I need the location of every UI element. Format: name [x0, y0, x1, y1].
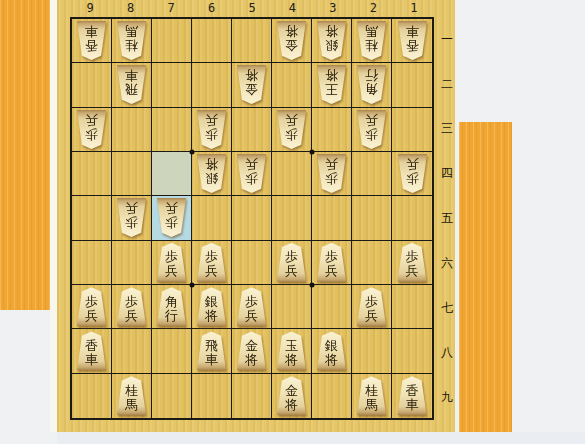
piece-body: 歩兵: [316, 243, 347, 282]
shogi-piece-gote[interactable]: 金将: [272, 19, 311, 62]
piece-body: 歩兵: [276, 110, 307, 149]
board-cell[interactable]: [152, 374, 192, 418]
board-cell[interactable]: 香車: [72, 19, 112, 63]
shogi-piece-sente[interactable]: 金将: [272, 374, 311, 418]
piece-kanji: 兵: [245, 309, 258, 323]
piece-kanji: 銀: [205, 172, 218, 186]
board-cell[interactable]: 角行: [152, 285, 192, 329]
piece-body: 桂馬: [116, 21, 147, 60]
piece-body: 歩兵: [196, 110, 227, 149]
piece-kanji: 銀: [325, 339, 338, 353]
file-label: 5: [232, 0, 272, 16]
piece-body: 銀将: [316, 21, 347, 60]
board-cell[interactable]: [192, 374, 232, 418]
piece-body: 香車: [76, 21, 107, 60]
piece-body: 香車: [397, 376, 428, 415]
piece-body: 桂馬: [356, 21, 387, 60]
board-cell[interactable]: [272, 285, 312, 329]
board-cell[interactable]: 桂馬: [352, 19, 392, 63]
rank-label: 二: [435, 62, 459, 107]
board-cell[interactable]: [352, 329, 392, 373]
shogi-piece-gote[interactable]: 歩兵: [112, 196, 151, 239]
piece-kanji: 歩: [125, 216, 138, 230]
board-cell[interactable]: 飛車: [192, 329, 232, 373]
board-cell[interactable]: 桂馬: [112, 19, 152, 63]
shogi-piece-sente[interactable]: 歩兵: [192, 241, 231, 284]
desktop-bottom-band: [57, 432, 585, 444]
piece-kanji: 兵: [285, 264, 298, 278]
board-cell[interactable]: 歩兵: [192, 108, 232, 152]
piece-body: 金将: [276, 376, 307, 415]
board-cell[interactable]: [192, 63, 232, 107]
piece-kanji: 歩: [285, 127, 298, 141]
star-point: [310, 283, 315, 288]
board-cell[interactable]: [312, 108, 352, 152]
piece-kanji: 桂: [365, 39, 378, 53]
board-cell[interactable]: 金将: [232, 329, 272, 373]
board-cell[interactable]: [152, 108, 192, 152]
board-cell[interactable]: [312, 285, 352, 329]
board-cell[interactable]: [72, 152, 112, 196]
board-cell[interactable]: 桂馬: [112, 374, 152, 418]
piece-kanji: 桂: [125, 384, 138, 398]
piece-kanji: 飛: [205, 339, 218, 353]
board-cell[interactable]: [232, 374, 272, 418]
piece-kanji: 歩: [205, 250, 218, 264]
board-cell[interactable]: 歩兵: [352, 285, 392, 329]
shogi-piece-gote[interactable]: 歩兵: [352, 108, 391, 151]
shogi-piece-sente[interactable]: 銀将: [192, 285, 231, 328]
piece-kanji: 兵: [205, 264, 218, 278]
piece-kanji: 香: [85, 39, 98, 53]
board-cell[interactable]: [152, 19, 192, 63]
board-cell[interactable]: [312, 196, 352, 240]
piece-kanji: 香: [406, 384, 419, 398]
file-labels: 987654321: [70, 0, 434, 16]
piece-kanji: 歩: [125, 295, 138, 309]
piece-body: 飛車: [196, 331, 227, 370]
file-label: 1: [394, 0, 434, 16]
shogi-piece-gote[interactable]: 飛車: [112, 63, 151, 106]
board-cell[interactable]: 銀将: [312, 19, 352, 63]
piece-kanji: 将: [245, 353, 258, 367]
shogi-piece-sente[interactable]: 香車: [392, 374, 432, 418]
shogi-piece-sente[interactable]: 香車: [72, 329, 111, 372]
piece-kanji: 歩: [365, 127, 378, 141]
shogi-piece-sente[interactable]: 角行: [152, 285, 191, 328]
shogi-board: 香車桂馬金将銀将桂馬香車飛車金将王将角行歩兵歩兵歩兵歩兵銀将歩兵歩兵歩兵歩兵歩兵…: [70, 17, 434, 420]
board-cell[interactable]: [392, 108, 432, 152]
board-cell[interactable]: 歩兵: [152, 241, 192, 285]
board-cell[interactable]: [232, 19, 272, 63]
piece-kanji: 行: [165, 309, 178, 323]
board-cell[interactable]: [392, 196, 432, 240]
rank-label: 七: [435, 286, 459, 331]
shogi-piece-gote[interactable]: 歩兵: [312, 152, 351, 195]
piece-kanji: 馬: [365, 25, 378, 39]
piece-kanji: 車: [406, 398, 419, 412]
board-cell[interactable]: [192, 19, 232, 63]
piece-kanji: 兵: [125, 309, 138, 323]
piece-body: 銀将: [196, 287, 227, 326]
piece-body: 歩兵: [397, 243, 428, 282]
shogi-piece-sente[interactable]: 桂馬: [352, 374, 391, 418]
piece-body: 金将: [276, 21, 307, 60]
piece-kanji: 兵: [85, 309, 98, 323]
piece-kanji: 歩: [365, 295, 378, 309]
piece-kanji: 兵: [205, 113, 218, 127]
board-cell[interactable]: 歩兵: [152, 196, 192, 240]
piece-body: 歩兵: [236, 287, 267, 326]
board-cell[interactable]: 金将: [272, 19, 312, 63]
shogi-piece-sente[interactable]: 玉将: [272, 329, 311, 372]
piece-body: 桂馬: [116, 376, 147, 415]
piece-kanji: 角: [365, 83, 378, 97]
board-cell[interactable]: [232, 108, 272, 152]
piece-body: 銀将: [316, 331, 347, 370]
shogi-piece-gote[interactable]: 歩兵: [72, 108, 111, 151]
piece-kanji: 金: [285, 39, 298, 53]
star-point: [310, 150, 315, 155]
board-cell[interactable]: [232, 196, 272, 240]
piece-kanji: 将: [285, 353, 298, 367]
piece-kanji: 歩: [245, 295, 258, 309]
board-cell[interactable]: [392, 285, 432, 329]
shogi-piece-gote[interactable]: 歩兵: [392, 152, 432, 195]
piece-kanji: 金: [245, 339, 258, 353]
shogi-piece-sente[interactable]: 歩兵: [272, 241, 311, 284]
piece-kanji: 将: [325, 25, 338, 39]
board-cell[interactable]: 歩兵: [72, 285, 112, 329]
piece-kanji: 兵: [165, 264, 178, 278]
piece-body: 歩兵: [356, 287, 387, 326]
piece-kanji: 車: [406, 25, 419, 39]
rank-label: 五: [435, 196, 459, 241]
rank-label: 三: [435, 107, 459, 152]
piece-kanji: 歩: [325, 250, 338, 264]
board-cell[interactable]: 銀将: [192, 152, 232, 196]
piece-kanji: 金: [285, 384, 298, 398]
piece-body: 飛車: [116, 65, 147, 104]
piece-kanji: 将: [205, 158, 218, 172]
board-cell[interactable]: 香車: [392, 374, 432, 418]
board-cell[interactable]: 歩兵: [112, 196, 152, 240]
shogi-piece-sente[interactable]: 歩兵: [152, 241, 191, 284]
piece-kanji: 歩: [165, 216, 178, 230]
piece-body: 玉将: [276, 331, 307, 370]
file-label: 4: [272, 0, 312, 16]
piece-kanji: 将: [245, 69, 258, 83]
piece-kanji: 兵: [325, 158, 338, 172]
piece-body: 歩兵: [236, 154, 267, 193]
star-point: [190, 150, 195, 155]
file-label: 6: [191, 0, 231, 16]
shogi-app-window: 987654321 香車桂馬金将銀将桂馬香車飛車金将王将角行歩兵歩兵歩兵歩兵銀将…: [57, 0, 455, 432]
piece-kanji: 桂: [365, 384, 378, 398]
piece-body: 角行: [356, 65, 387, 104]
shogi-piece-gote[interactable]: 歩兵: [272, 108, 311, 151]
piece-kanji: 兵: [245, 158, 258, 172]
board-cell[interactable]: 歩兵: [352, 108, 392, 152]
piece-kanji: 香: [85, 339, 98, 353]
shogi-piece-gote[interactable]: 歩兵: [192, 108, 231, 151]
piece-kanji: 馬: [125, 398, 138, 412]
board-cell[interactable]: 歩兵: [272, 241, 312, 285]
piece-kanji: 銀: [325, 39, 338, 53]
piece-kanji: 兵: [165, 202, 178, 216]
board-cell[interactable]: [112, 329, 152, 373]
piece-body: 歩兵: [276, 243, 307, 282]
board-cell[interactable]: 歩兵: [272, 108, 312, 152]
shogi-piece-gote[interactable]: 桂馬: [352, 19, 391, 62]
shogi-piece-sente[interactable]: 銀将: [312, 329, 351, 372]
board-cell[interactable]: 銀将: [312, 329, 352, 373]
piece-body: 王将: [316, 65, 347, 104]
piece-kanji: 桂: [125, 39, 138, 53]
piece-kanji: 車: [205, 353, 218, 367]
piece-kanji: 歩: [245, 172, 258, 186]
file-label: 9: [70, 0, 110, 16]
piece-body: 歩兵: [356, 110, 387, 149]
shogi-piece-sente[interactable]: 歩兵: [392, 241, 432, 284]
window-left-edge: [50, 0, 57, 432]
piece-kanji: 兵: [365, 113, 378, 127]
piece-body: 桂馬: [356, 376, 387, 415]
piece-body: 歩兵: [156, 198, 187, 237]
board-cell[interactable]: 金将: [272, 374, 312, 418]
star-point: [190, 283, 195, 288]
piece-kanji: 玉: [285, 339, 298, 353]
piece-kanji: 兵: [285, 113, 298, 127]
piece-kanji: 歩: [85, 295, 98, 309]
piece-body: 歩兵: [397, 154, 428, 193]
board-cell[interactable]: [72, 241, 112, 285]
file-label: 2: [353, 0, 393, 16]
shogi-piece-gote[interactable]: 銀将: [312, 19, 351, 62]
piece-kanji: 歩: [406, 172, 419, 186]
board-cell[interactable]: 歩兵: [392, 241, 432, 285]
piece-kanji: 銀: [205, 295, 218, 309]
board-cell[interactable]: [352, 152, 392, 196]
shogi-piece-gote[interactable]: 歩兵: [232, 152, 271, 195]
piece-kanji: 車: [125, 69, 138, 83]
shogi-piece-sente[interactable]: 飛車: [192, 329, 231, 372]
shogi-piece-sente[interactable]: 桂馬: [112, 374, 151, 418]
rank-label: 六: [435, 241, 459, 286]
shogi-piece-sente[interactable]: 歩兵: [352, 285, 391, 328]
piece-body: 角行: [156, 287, 187, 326]
piece-body: 金将: [236, 331, 267, 370]
shogi-piece-sente[interactable]: 歩兵: [312, 241, 351, 284]
board-cell[interactable]: 香車: [392, 19, 432, 63]
rank-label: 四: [435, 151, 459, 196]
shogi-piece-gote[interactable]: 歩兵: [152, 196, 191, 239]
piece-body: 歩兵: [116, 198, 147, 237]
piece-body: 金将: [236, 65, 267, 104]
piece-kanji: 兵: [406, 158, 419, 172]
board-cell[interactable]: [272, 152, 312, 196]
piece-kanji: 将: [325, 69, 338, 83]
piece-kanji: 将: [205, 309, 218, 323]
rank-label: 一: [435, 17, 459, 62]
piece-kanji: 兵: [325, 264, 338, 278]
piece-kanji: 馬: [125, 25, 138, 39]
board-cell[interactable]: [392, 329, 432, 373]
piece-body: 歩兵: [76, 287, 107, 326]
board-cell[interactable]: 歩兵: [232, 285, 272, 329]
piece-kanji: 角: [165, 295, 178, 309]
shogi-piece-sente[interactable]: 歩兵: [232, 285, 271, 328]
board-cell[interactable]: 歩兵: [392, 152, 432, 196]
piece-kanji: 金: [245, 83, 258, 97]
piece-kanji: 王: [325, 83, 338, 97]
board-cell[interactable]: [232, 241, 272, 285]
piece-body: 歩兵: [156, 243, 187, 282]
board-cell[interactable]: 桂馬: [352, 374, 392, 418]
shogi-piece-sente[interactable]: 歩兵: [72, 285, 111, 328]
shogi-piece-sente[interactable]: 歩兵: [112, 285, 151, 328]
piece-kanji: 将: [285, 398, 298, 412]
piece-kanji: 飛: [125, 83, 138, 97]
piece-kanji: 兵: [365, 309, 378, 323]
rank-label: 九: [435, 375, 459, 420]
piece-kanji: 将: [285, 25, 298, 39]
piece-kanji: 車: [85, 25, 98, 39]
board-cell[interactable]: 歩兵: [312, 152, 352, 196]
board-cell[interactable]: [72, 374, 112, 418]
board-cell[interactable]: 歩兵: [312, 241, 352, 285]
shogi-piece-sente[interactable]: 金将: [232, 329, 271, 372]
piece-kanji: 歩: [285, 250, 298, 264]
board-cell[interactable]: [152, 63, 192, 107]
board-cell[interactable]: [352, 196, 392, 240]
piece-kanji: 歩: [325, 172, 338, 186]
board-cell[interactable]: 金将: [232, 63, 272, 107]
piece-body: 銀将: [196, 154, 227, 193]
piece-kanji: 兵: [406, 264, 419, 278]
piece-kanji: 歩: [205, 127, 218, 141]
board-cell[interactable]: 歩兵: [232, 152, 272, 196]
board-cell[interactable]: 歩兵: [192, 241, 232, 285]
piece-kanji: 行: [365, 69, 378, 83]
piece-kanji: 歩: [85, 127, 98, 141]
desktop-wallpaper-left: [0, 0, 50, 310]
piece-kanji: 兵: [125, 202, 138, 216]
piece-kanji: 馬: [365, 398, 378, 412]
board-cell[interactable]: 歩兵: [72, 108, 112, 152]
shogi-piece-gote[interactable]: 銀将: [192, 152, 231, 195]
piece-body: 歩兵: [196, 243, 227, 282]
piece-body: 歩兵: [316, 154, 347, 193]
board-cell[interactable]: [112, 108, 152, 152]
file-label: 8: [110, 0, 150, 16]
board-cell[interactable]: 王将: [312, 63, 352, 107]
shogi-piece-gote[interactable]: 桂馬: [112, 19, 151, 62]
board-cell[interactable]: [312, 374, 352, 418]
board-cell[interactable]: 香車: [72, 329, 112, 373]
piece-kanji: 歩: [406, 250, 419, 264]
board-cell[interactable]: 玉将: [272, 329, 312, 373]
board-cell[interactable]: [272, 196, 312, 240]
shogi-piece-gote[interactable]: 香車: [72, 19, 111, 62]
board-cell[interactable]: [112, 241, 152, 285]
board-cell[interactable]: [152, 152, 192, 196]
board-cell[interactable]: [152, 329, 192, 373]
piece-body: 歩兵: [116, 287, 147, 326]
piece-kanji: 兵: [85, 113, 98, 127]
rank-label: 八: [435, 330, 459, 375]
board-cell[interactable]: 角行: [352, 63, 392, 107]
piece-kanji: 将: [325, 353, 338, 367]
board-cell[interactable]: [72, 63, 112, 107]
piece-kanji: 香: [406, 39, 419, 53]
board-cell[interactable]: 銀将: [192, 285, 232, 329]
board-cell[interactable]: [112, 152, 152, 196]
piece-kanji: 歩: [165, 250, 178, 264]
shogi-piece-gote[interactable]: 王将: [312, 63, 351, 106]
board-cell[interactable]: [352, 241, 392, 285]
piece-kanji: 車: [85, 353, 98, 367]
board-cell[interactable]: [392, 63, 432, 107]
file-label: 7: [151, 0, 191, 16]
rank-labels: 一二三四五六七八九: [435, 17, 459, 420]
board-cell[interactable]: [72, 196, 112, 240]
board-cell[interactable]: 飛車: [112, 63, 152, 107]
shogi-piece-gote[interactable]: 金将: [232, 63, 271, 106]
board-cell[interactable]: 歩兵: [112, 285, 152, 329]
shogi-piece-gote[interactable]: 香車: [392, 19, 432, 62]
piece-body: 香車: [397, 21, 428, 60]
piece-body: 香車: [76, 331, 107, 370]
shogi-piece-gote[interactable]: 角行: [352, 63, 391, 106]
piece-body: 歩兵: [76, 110, 107, 149]
board-cell[interactable]: [192, 196, 232, 240]
desktop-wallpaper-right: [459, 122, 512, 433]
board-cell[interactable]: [272, 63, 312, 107]
file-label: 3: [313, 0, 353, 16]
